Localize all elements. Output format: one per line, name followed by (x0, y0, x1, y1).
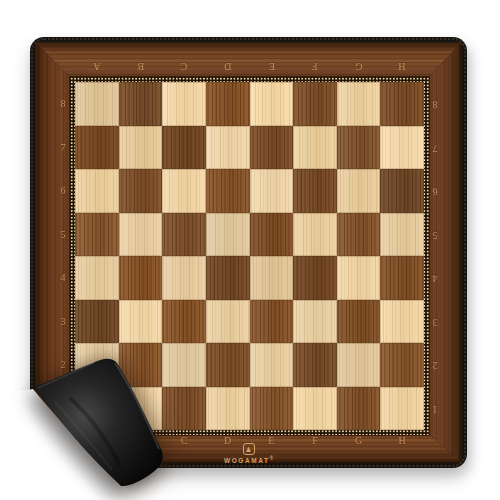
coordinate-label: A (75, 59, 119, 75)
square-a4 (75, 256, 119, 300)
pawn-badge-icon: ♟ (243, 443, 255, 455)
coordinate-label: E (250, 59, 294, 75)
square-e2 (250, 343, 294, 387)
square-g2 (337, 343, 381, 387)
square-e5 (250, 213, 294, 257)
square-b2 (119, 343, 163, 387)
square-f7 (293, 126, 337, 170)
square-b8 (119, 82, 163, 126)
coordinate-label: 7 (56, 126, 70, 170)
square-b4 (119, 256, 163, 300)
square-d6 (206, 169, 250, 213)
brand-name: WOGAMAT® (224, 456, 273, 464)
square-d1 (206, 387, 250, 431)
square-h7 (380, 126, 424, 170)
square-a5 (75, 213, 119, 257)
square-d8 (206, 82, 250, 126)
square-c4 (162, 256, 206, 300)
coordinate-label: 5 (56, 213, 70, 257)
registered-mark: ® (270, 456, 273, 461)
square-b1 (119, 387, 163, 431)
square-e1 (250, 387, 294, 431)
square-f2 (293, 343, 337, 387)
square-b5 (119, 213, 163, 257)
chess-mat: ABCDEFGH ABCDEFGH 87654321 87654321 ♟ WO… (30, 37, 467, 468)
coordinate-label: 1 (428, 387, 442, 431)
coordinate-label: 3 (56, 300, 70, 344)
square-b6 (119, 169, 163, 213)
square-f3 (293, 300, 337, 344)
coordinate-label: F (293, 59, 337, 75)
coordinate-label: 5 (428, 213, 442, 257)
square-g3 (337, 300, 381, 344)
coordinate-label: 4 (56, 256, 70, 300)
square-g4 (337, 256, 381, 300)
coordinate-label: 6 (428, 169, 442, 213)
coordinate-label: 7 (428, 126, 442, 170)
square-d3 (206, 300, 250, 344)
chess-board (75, 82, 424, 430)
coordinate-label: 2 (56, 343, 70, 387)
square-b7 (119, 126, 163, 170)
square-d5 (206, 213, 250, 257)
square-g8 (337, 82, 381, 126)
coordinate-label: 3 (428, 300, 442, 344)
square-h6 (380, 169, 424, 213)
square-e7 (250, 126, 294, 170)
rank-labels-right: 87654321 (428, 82, 442, 430)
rank-labels-left: 87654321 (56, 82, 70, 430)
square-h8 (380, 82, 424, 126)
square-a2 (75, 343, 119, 387)
square-g5 (337, 213, 381, 257)
coordinate-label: G (337, 59, 381, 75)
square-g7 (337, 126, 381, 170)
square-a8 (75, 82, 119, 126)
coordinate-label: 8 (56, 82, 70, 126)
coordinate-label: B (119, 59, 163, 75)
square-f4 (293, 256, 337, 300)
coordinate-label: C (162, 59, 206, 75)
square-h1 (380, 387, 424, 431)
square-b3 (119, 300, 163, 344)
coordinate-label: 2 (428, 343, 442, 387)
square-a7 (75, 126, 119, 170)
square-d4 (206, 256, 250, 300)
square-f6 (293, 169, 337, 213)
square-g6 (337, 169, 381, 213)
square-g1 (337, 387, 381, 431)
square-c7 (162, 126, 206, 170)
square-c2 (162, 343, 206, 387)
brand-area: ♟ WOGAMAT® (30, 443, 467, 464)
coordinate-label: D (206, 59, 250, 75)
square-f1 (293, 387, 337, 431)
coordinate-label: H (380, 59, 424, 75)
square-a3 (75, 300, 119, 344)
square-e8 (250, 82, 294, 126)
page-background: ABCDEFGH ABCDEFGH 87654321 87654321 ♟ WO… (0, 0, 500, 500)
square-h3 (380, 300, 424, 344)
square-c3 (162, 300, 206, 344)
square-c6 (162, 169, 206, 213)
coordinate-label: 4 (428, 256, 442, 300)
coordinate-label: 6 (56, 169, 70, 213)
square-d7 (206, 126, 250, 170)
square-e3 (250, 300, 294, 344)
square-h5 (380, 213, 424, 257)
square-e6 (250, 169, 294, 213)
square-a1 (75, 387, 119, 431)
square-c1 (162, 387, 206, 431)
square-d2 (206, 343, 250, 387)
square-c8 (162, 82, 206, 126)
coordinate-label: 1 (56, 387, 70, 431)
square-h4 (380, 256, 424, 300)
square-c5 (162, 213, 206, 257)
square-a6 (75, 169, 119, 213)
square-h2 (380, 343, 424, 387)
coordinate-label: 8 (428, 82, 442, 126)
square-f8 (293, 82, 337, 126)
square-e4 (250, 256, 294, 300)
file-labels-top: ABCDEFGH (75, 59, 424, 75)
square-f5 (293, 213, 337, 257)
